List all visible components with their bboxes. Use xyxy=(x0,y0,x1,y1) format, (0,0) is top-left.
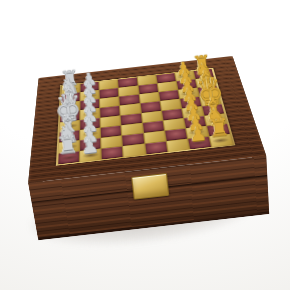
piece-shadow xyxy=(61,133,78,140)
piece-shadow xyxy=(184,109,201,115)
brass-clasp xyxy=(131,173,169,200)
piece-shadow xyxy=(60,144,77,151)
piece-shadow xyxy=(61,123,77,129)
piece-silver-rook: ♜ xyxy=(53,124,80,159)
product-photo: ♜♟♟♜♞♟♟♞♝♟♟♝♛♟♟♛♚♟♟♚♝♟♟♝♞♟♟♞♜♟♟♜ xyxy=(0,0,290,290)
camera-roll-wrapper: ♜♟♟♜♞♟♟♞♝♟♟♝♛♟♟♛♚♟♟♚♝♟♟♝♞♟♟♞♜♟♟♜ xyxy=(0,0,290,290)
piece-shadow xyxy=(60,155,77,162)
perspective-stage: ♜♟♟♜♞♟♟♞♝♟♟♝♛♟♟♛♚♟♟♚♝♟♟♝♞♟♟♞♜♟♟♜ xyxy=(0,0,290,290)
piece-gold-rook: ♜ xyxy=(205,107,232,142)
piece-shadow xyxy=(188,129,206,136)
piece-shadow xyxy=(82,152,99,159)
piece-shadow xyxy=(212,137,231,144)
piece-shadow xyxy=(209,127,227,134)
box-bottom-edge xyxy=(38,211,269,240)
piece-shadow xyxy=(82,121,98,127)
piece-shadow xyxy=(204,107,221,113)
piece-shadow xyxy=(190,140,208,147)
piece-shadow xyxy=(82,141,99,148)
